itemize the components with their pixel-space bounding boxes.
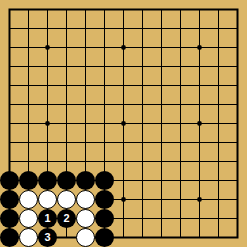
intersection-13-4[interactable] bbox=[228, 57, 247, 76]
intersection-8-8[interactable] bbox=[133, 133, 152, 152]
white-stone bbox=[19, 228, 38, 247]
intersection-9-8[interactable] bbox=[152, 133, 171, 152]
intersection-5-13 bbox=[76, 228, 95, 247]
intersection-5-4[interactable] bbox=[76, 57, 95, 76]
intersection-7-2[interactable] bbox=[114, 19, 133, 38]
black-stone bbox=[95, 209, 114, 228]
intersection-2-7[interactable] bbox=[19, 114, 38, 133]
intersection-2-6[interactable] bbox=[19, 95, 38, 114]
intersection-7-6[interactable] bbox=[114, 95, 133, 114]
intersection-7-1[interactable] bbox=[114, 0, 133, 19]
intersection-6-3[interactable] bbox=[95, 38, 114, 57]
intersection-13-1[interactable] bbox=[228, 0, 247, 19]
intersection-12-10[interactable] bbox=[209, 171, 228, 190]
intersection-5-8[interactable] bbox=[76, 133, 95, 152]
intersection-2-10 bbox=[19, 171, 38, 190]
intersection-7-9[interactable] bbox=[114, 152, 133, 171]
intersection-8-12[interactable] bbox=[133, 209, 152, 228]
intersection-12-11[interactable] bbox=[209, 190, 228, 209]
intersection-8-5[interactable] bbox=[133, 76, 152, 95]
intersection-1-3[interactable] bbox=[0, 38, 19, 57]
intersection-8-7[interactable] bbox=[133, 114, 152, 133]
intersection-1-5[interactable] bbox=[0, 76, 19, 95]
intersection-4-7[interactable] bbox=[57, 114, 76, 133]
intersection-9-4[interactable] bbox=[152, 57, 171, 76]
intersection-7-7[interactable] bbox=[114, 114, 133, 133]
intersection-6-2[interactable] bbox=[95, 19, 114, 38]
intersection-11-8[interactable] bbox=[190, 133, 209, 152]
intersection-4-1[interactable] bbox=[57, 0, 76, 19]
intersection-12-12[interactable] bbox=[209, 209, 228, 228]
black-stone bbox=[95, 228, 114, 247]
intersection-2-8[interactable] bbox=[19, 133, 38, 152]
intersection-8-13[interactable] bbox=[133, 228, 152, 247]
intersection-10-5[interactable] bbox=[171, 76, 190, 95]
intersection-1-11 bbox=[0, 190, 19, 209]
intersection-9-6[interactable] bbox=[152, 95, 171, 114]
intersection-2-1[interactable] bbox=[19, 0, 38, 19]
intersection-1-2[interactable] bbox=[0, 19, 19, 38]
intersection-7-13[interactable] bbox=[114, 228, 133, 247]
intersection-12-13[interactable] bbox=[209, 228, 228, 247]
intersection-5-9[interactable] bbox=[76, 152, 95, 171]
intersection-4-6[interactable] bbox=[57, 95, 76, 114]
intersection-9-12[interactable] bbox=[152, 209, 171, 228]
intersection-13-6[interactable] bbox=[228, 95, 247, 114]
intersection-1-9[interactable] bbox=[0, 152, 19, 171]
intersection-13-11[interactable] bbox=[228, 190, 247, 209]
intersection-11-1[interactable] bbox=[190, 0, 209, 19]
intersection-11-10[interactable] bbox=[190, 171, 209, 190]
intersection-5-11 bbox=[76, 190, 95, 209]
intersection-8-4[interactable] bbox=[133, 57, 152, 76]
intersection-9-11[interactable] bbox=[152, 190, 171, 209]
intersection-5-1[interactable] bbox=[76, 0, 95, 19]
white-stone bbox=[38, 190, 57, 209]
intersection-3-5[interactable] bbox=[38, 76, 57, 95]
intersection-1-4[interactable] bbox=[0, 57, 19, 76]
intersection-8-9[interactable] bbox=[133, 152, 152, 171]
intersection-4-5[interactable] bbox=[57, 76, 76, 95]
intersection-10-1[interactable] bbox=[171, 0, 190, 19]
intersection-6-9[interactable] bbox=[95, 152, 114, 171]
intersection-10-6[interactable] bbox=[171, 95, 190, 114]
white-stone bbox=[19, 209, 38, 228]
intersection-1-13 bbox=[0, 228, 19, 247]
intersection-13-12[interactable] bbox=[228, 209, 247, 228]
intersection-12-3[interactable] bbox=[209, 38, 228, 57]
intersection-1-10 bbox=[0, 171, 19, 190]
intersection-3-9[interactable] bbox=[38, 152, 57, 171]
intersection-3-7[interactable] bbox=[38, 114, 57, 133]
intersection-7-3[interactable] bbox=[114, 38, 133, 57]
intersection-3-8[interactable] bbox=[38, 133, 57, 152]
white-stone bbox=[76, 190, 95, 209]
white-stone bbox=[57, 190, 76, 209]
black-stone bbox=[38, 171, 57, 190]
intersection-3-12: 1 bbox=[38, 209, 57, 228]
intersection-2-3[interactable] bbox=[19, 38, 38, 57]
intersection-8-11[interactable] bbox=[133, 190, 152, 209]
intersection-6-6[interactable] bbox=[95, 95, 114, 114]
intersection-11-12[interactable] bbox=[190, 209, 209, 228]
intersection-3-10 bbox=[38, 171, 57, 190]
intersection-1-6[interactable] bbox=[0, 95, 19, 114]
intersection-2-13 bbox=[19, 228, 38, 247]
intersection-10-3[interactable] bbox=[171, 38, 190, 57]
intersection-3-4[interactable] bbox=[38, 57, 57, 76]
board-grid: 123 bbox=[0, 0, 247, 247]
intersection-7-8[interactable] bbox=[114, 133, 133, 152]
intersection-6-4[interactable] bbox=[95, 57, 114, 76]
intersection-10-12[interactable] bbox=[171, 209, 190, 228]
intersection-4-3[interactable] bbox=[57, 38, 76, 57]
intersection-13-8[interactable] bbox=[228, 133, 247, 152]
intersection-8-2[interactable] bbox=[133, 19, 152, 38]
intersection-13-7[interactable] bbox=[228, 114, 247, 133]
white-stone bbox=[76, 228, 95, 247]
intersection-5-10 bbox=[76, 171, 95, 190]
white-stone bbox=[76, 209, 95, 228]
intersection-8-10[interactable] bbox=[133, 171, 152, 190]
intersection-11-6[interactable] bbox=[190, 95, 209, 114]
intersection-1-8[interactable] bbox=[0, 133, 19, 152]
intersection-11-7[interactable] bbox=[190, 114, 209, 133]
intersection-2-4[interactable] bbox=[19, 57, 38, 76]
intersection-11-4[interactable] bbox=[190, 57, 209, 76]
intersection-8-6[interactable] bbox=[133, 95, 152, 114]
intersection-13-10[interactable] bbox=[228, 171, 247, 190]
black-stone bbox=[76, 171, 95, 190]
intersection-12-9[interactable] bbox=[209, 152, 228, 171]
move-number: 1 bbox=[44, 213, 50, 224]
intersection-7-4[interactable] bbox=[114, 57, 133, 76]
intersection-7-5[interactable] bbox=[114, 76, 133, 95]
intersection-1-12 bbox=[0, 209, 19, 228]
go-board: 123 bbox=[0, 0, 247, 247]
intersection-9-3[interactable] bbox=[152, 38, 171, 57]
intersection-11-13[interactable] bbox=[190, 228, 209, 247]
black-stone: 2 bbox=[57, 209, 76, 228]
intersection-4-2[interactable] bbox=[57, 19, 76, 38]
intersection-3-6[interactable] bbox=[38, 95, 57, 114]
intersection-3-2[interactable] bbox=[38, 19, 57, 38]
intersection-6-10 bbox=[95, 171, 114, 190]
intersection-13-3[interactable] bbox=[228, 38, 247, 57]
intersection-11-5[interactable] bbox=[190, 76, 209, 95]
intersection-4-9[interactable] bbox=[57, 152, 76, 171]
intersection-13-2[interactable] bbox=[228, 19, 247, 38]
intersection-10-2[interactable] bbox=[171, 19, 190, 38]
intersection-2-2[interactable] bbox=[19, 19, 38, 38]
intersection-12-1[interactable] bbox=[209, 0, 228, 19]
intersection-12-7[interactable] bbox=[209, 114, 228, 133]
intersection-10-8[interactable] bbox=[171, 133, 190, 152]
intersection-13-13[interactable] bbox=[228, 228, 247, 247]
intersection-8-3[interactable] bbox=[133, 38, 152, 57]
intersection-12-5[interactable] bbox=[209, 76, 228, 95]
intersection-3-11 bbox=[38, 190, 57, 209]
black-stone bbox=[0, 209, 19, 228]
intersection-6-1[interactable] bbox=[95, 0, 114, 19]
intersection-10-10[interactable] bbox=[171, 171, 190, 190]
intersection-4-13[interactable] bbox=[57, 228, 76, 247]
intersection-9-7[interactable] bbox=[152, 114, 171, 133]
intersection-7-12[interactable] bbox=[114, 209, 133, 228]
intersection-9-2[interactable] bbox=[152, 19, 171, 38]
intersection-8-1[interactable] bbox=[133, 0, 152, 19]
intersection-10-9[interactable] bbox=[171, 152, 190, 171]
black-stone bbox=[95, 171, 114, 190]
intersection-1-7[interactable] bbox=[0, 114, 19, 133]
white-stone bbox=[19, 190, 38, 209]
intersection-3-3[interactable] bbox=[38, 38, 57, 57]
intersection-5-5[interactable] bbox=[76, 76, 95, 95]
intersection-3-1[interactable] bbox=[38, 0, 57, 19]
intersection-9-9[interactable] bbox=[152, 152, 171, 171]
intersection-4-8[interactable] bbox=[57, 133, 76, 152]
intersection-13-5[interactable] bbox=[228, 76, 247, 95]
intersection-9-13[interactable] bbox=[152, 228, 171, 247]
intersection-9-10[interactable] bbox=[152, 171, 171, 190]
black-stone bbox=[0, 190, 19, 209]
intersection-2-12 bbox=[19, 209, 38, 228]
move-number: 3 bbox=[44, 232, 50, 243]
intersection-11-2[interactable] bbox=[190, 19, 209, 38]
intersection-10-11[interactable] bbox=[171, 190, 190, 209]
black-stone bbox=[0, 228, 19, 247]
intersection-2-11 bbox=[19, 190, 38, 209]
intersection-6-12 bbox=[95, 209, 114, 228]
intersection-5-12 bbox=[76, 209, 95, 228]
move-number: 2 bbox=[63, 213, 69, 224]
intersection-6-13 bbox=[95, 228, 114, 247]
intersection-11-11[interactable] bbox=[190, 190, 209, 209]
intersection-10-7[interactable] bbox=[171, 114, 190, 133]
intersection-5-2[interactable] bbox=[76, 19, 95, 38]
intersection-4-11 bbox=[57, 190, 76, 209]
intersection-4-4[interactable] bbox=[57, 57, 76, 76]
intersection-11-9[interactable] bbox=[190, 152, 209, 171]
intersection-6-11 bbox=[95, 190, 114, 209]
intersection-12-6[interactable] bbox=[209, 95, 228, 114]
intersection-10-4[interactable] bbox=[171, 57, 190, 76]
intersection-7-10[interactable] bbox=[114, 171, 133, 190]
intersection-9-1[interactable] bbox=[152, 0, 171, 19]
intersection-12-4[interactable] bbox=[209, 57, 228, 76]
intersection-6-5[interactable] bbox=[95, 76, 114, 95]
intersection-11-3[interactable] bbox=[190, 38, 209, 57]
black-stone bbox=[0, 171, 19, 190]
intersection-6-7[interactable] bbox=[95, 114, 114, 133]
black-stone bbox=[19, 171, 38, 190]
intersection-6-8[interactable] bbox=[95, 133, 114, 152]
black-stone: 3 bbox=[38, 228, 57, 247]
intersection-7-11[interactable] bbox=[114, 190, 133, 209]
intersection-1-1[interactable] bbox=[0, 0, 19, 19]
intersection-2-5[interactable] bbox=[19, 76, 38, 95]
intersection-3-13: 3 bbox=[38, 228, 57, 247]
intersection-12-8[interactable] bbox=[209, 133, 228, 152]
intersection-2-9[interactable] bbox=[19, 152, 38, 171]
black-stone bbox=[57, 171, 76, 190]
intersection-9-5[interactable] bbox=[152, 76, 171, 95]
black-stone bbox=[95, 190, 114, 209]
intersection-5-7[interactable] bbox=[76, 114, 95, 133]
black-stone: 1 bbox=[38, 209, 57, 228]
intersection-5-3[interactable] bbox=[76, 38, 95, 57]
intersection-12-2[interactable] bbox=[209, 19, 228, 38]
intersection-5-6[interactable] bbox=[76, 95, 95, 114]
intersection-4-12: 2 bbox=[57, 209, 76, 228]
intersection-4-10 bbox=[57, 171, 76, 190]
intersection-13-9[interactable] bbox=[228, 152, 247, 171]
intersection-10-13[interactable] bbox=[171, 228, 190, 247]
